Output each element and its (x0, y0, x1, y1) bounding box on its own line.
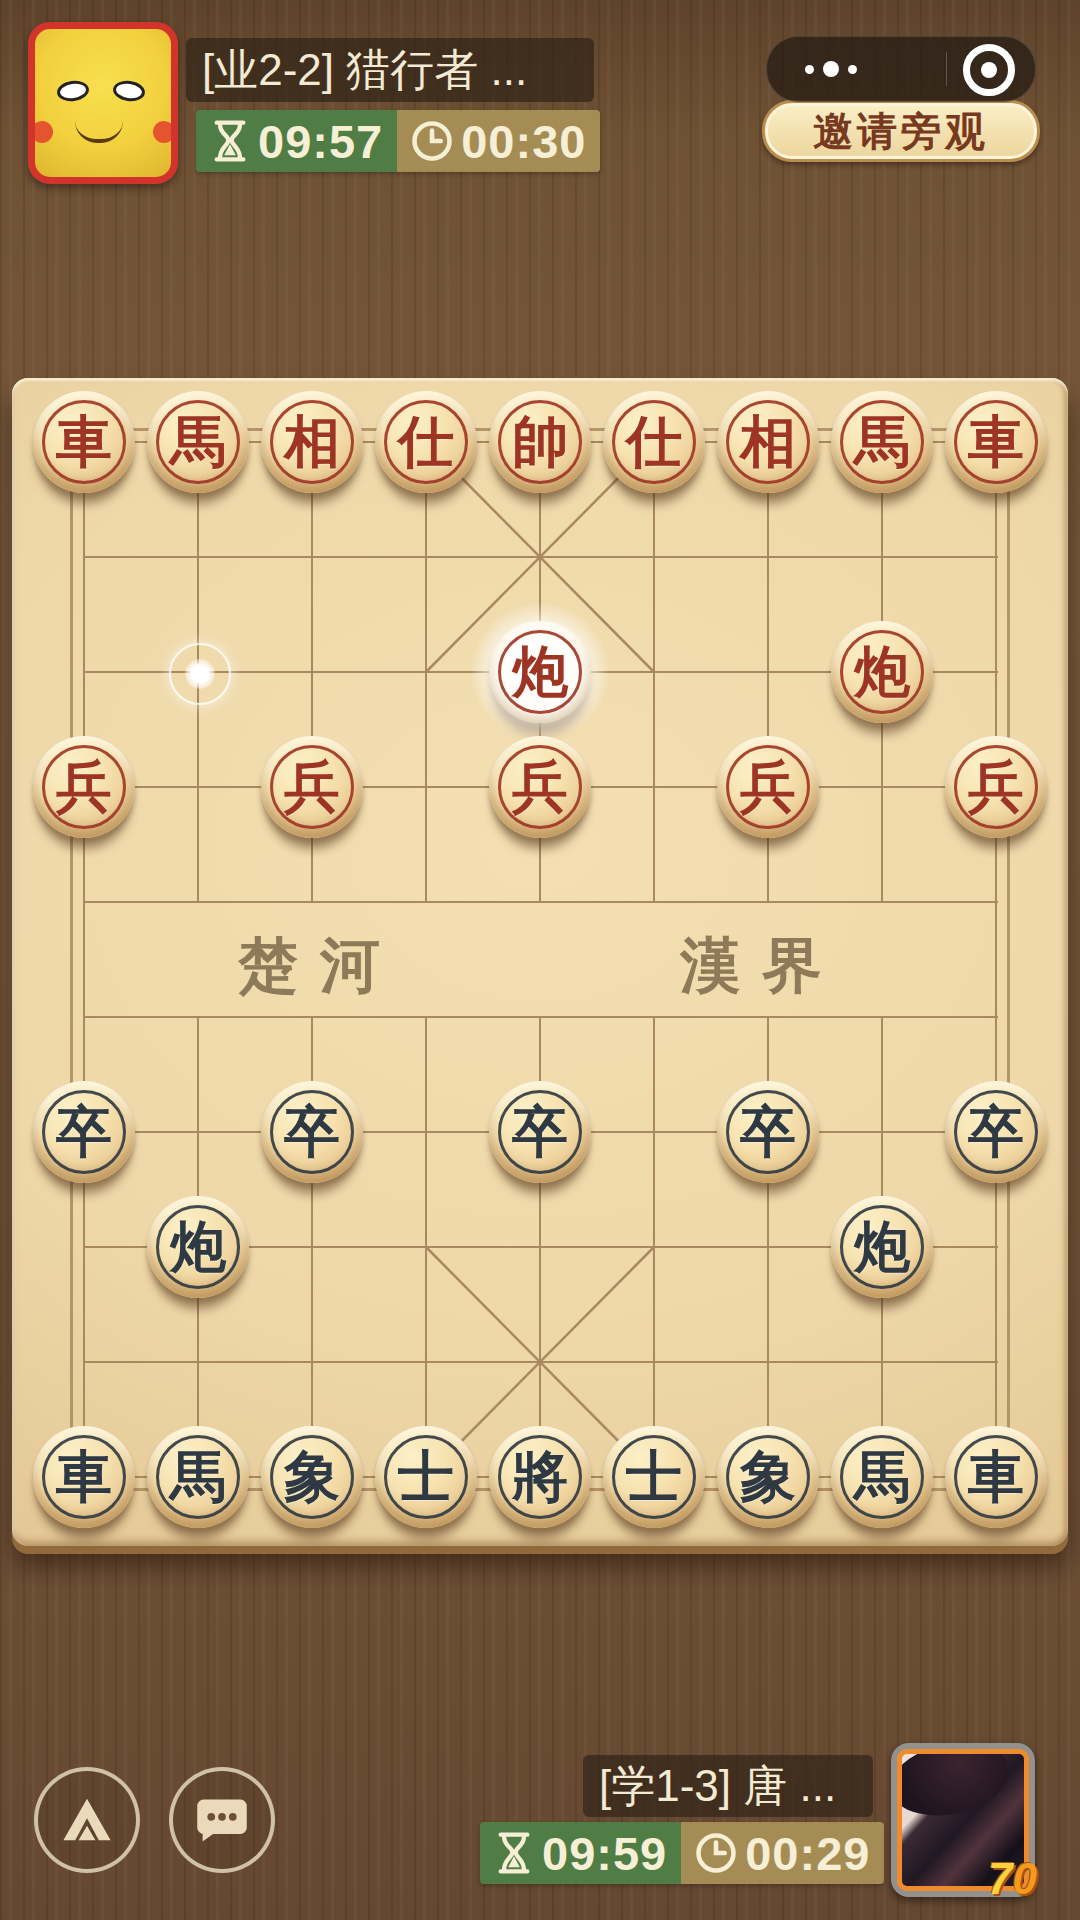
piece-character: 仕 (626, 414, 682, 470)
piece-red-相[interactable]: 相 (261, 391, 363, 493)
piece-character: 炮 (854, 644, 910, 700)
piece-black-象[interactable]: 象 (717, 1426, 819, 1528)
piece-character: 兵 (284, 759, 340, 815)
avatar-eye (112, 79, 146, 103)
piece-character: 兵 (968, 759, 1024, 815)
xiangqi-board[interactable]: 楚河 漢界 車馬相仕帥仕相馬車炮炮兵兵兵兵兵卒卒卒卒卒炮炮車馬象士將士象馬車 (12, 378, 1068, 1546)
top-main-timer-value: 09:57 (258, 114, 383, 169)
piece-black-卒[interactable]: 卒 (489, 1081, 591, 1183)
piece-character: 象 (740, 1449, 796, 1505)
piece-character: 炮 (854, 1219, 910, 1275)
piece-black-馬[interactable]: 馬 (147, 1426, 249, 1528)
piece-character: 兵 (56, 759, 112, 815)
piece-red-仕[interactable]: 仕 (603, 391, 705, 493)
piece-character: 仕 (398, 414, 454, 470)
piece-character: 士 (398, 1449, 454, 1505)
piece-black-炮[interactable]: 炮 (147, 1196, 249, 1298)
piece-character: 士 (626, 1449, 682, 1505)
piece-character: 卒 (56, 1104, 112, 1160)
river-label-han-jie: 漢界 (680, 926, 844, 1007)
bottom-main-timer: 09:59 (480, 1822, 681, 1884)
piece-red-馬[interactable]: 馬 (147, 391, 249, 493)
piece-character: 帥 (512, 414, 568, 470)
piece-character: 相 (740, 414, 796, 470)
miniprogram-capsule (766, 36, 1036, 102)
piece-black-炮[interactable]: 炮 (831, 1196, 933, 1298)
piece-character: 相 (284, 414, 340, 470)
bottom-move-timer-value: 00:29 (745, 1826, 870, 1881)
clock-icon (695, 1832, 737, 1874)
piece-black-卒[interactable]: 卒 (945, 1081, 1047, 1183)
game-screen: [业2-2] 猎行者 ... 09:57 00:30 邀请旁观 (0, 0, 1080, 1920)
piece-red-兵[interactable]: 兵 (945, 736, 1047, 838)
piece-red-車[interactable]: 車 (945, 391, 1047, 493)
bottom-player-avatar[interactable]: 70 (891, 1743, 1035, 1897)
piece-character: 馬 (854, 414, 910, 470)
top-player-name: [业2-2] 猎行者 ... (186, 38, 594, 102)
piece-black-車[interactable]: 車 (945, 1426, 1047, 1528)
piece-red-炮[interactable]: 炮 (831, 621, 933, 723)
piece-red-仕[interactable]: 仕 (375, 391, 477, 493)
piece-red-兵[interactable]: 兵 (33, 736, 135, 838)
top-main-timer: 09:57 (196, 110, 397, 172)
piece-character: 卒 (968, 1104, 1024, 1160)
top-move-timer-value: 00:30 (461, 114, 586, 169)
close-target-icon[interactable] (963, 44, 1015, 96)
piece-character: 卒 (512, 1104, 568, 1160)
avatar-eye (56, 79, 90, 103)
piece-black-象[interactable]: 象 (261, 1426, 363, 1528)
top-move-timer: 00:30 (397, 110, 600, 172)
piece-red-兵[interactable]: 兵 (717, 736, 819, 838)
piece-black-士[interactable]: 士 (375, 1426, 477, 1528)
top-player-timers: 09:57 00:30 (196, 110, 600, 172)
piece-black-士[interactable]: 士 (603, 1426, 705, 1528)
piece-black-將[interactable]: 將 (489, 1426, 591, 1528)
piece-red-兵[interactable]: 兵 (489, 736, 591, 838)
piece-red-兵[interactable]: 兵 (261, 736, 363, 838)
piece-red-帥[interactable]: 帥 (489, 391, 591, 493)
piece-character: 卒 (740, 1104, 796, 1160)
arrow-up-logo-icon (60, 1795, 114, 1845)
menu-button[interactable] (34, 1767, 140, 1873)
avatar-cheek (153, 121, 175, 143)
piece-character: 將 (512, 1449, 568, 1505)
top-player-avatar[interactable] (28, 22, 178, 184)
avatar-cheek (31, 121, 53, 143)
piece-character: 兵 (512, 759, 568, 815)
avatar-mouth (75, 121, 123, 143)
piece-character: 車 (56, 414, 112, 470)
more-options-icon[interactable] (805, 61, 857, 77)
piece-black-卒[interactable]: 卒 (717, 1081, 819, 1183)
piece-character: 炮 (512, 644, 568, 700)
chat-bubble-icon (194, 1795, 250, 1845)
piece-character: 車 (968, 414, 1024, 470)
bottom-player-timers: 09:59 00:29 (480, 1822, 884, 1884)
piece-red-相[interactable]: 相 (717, 391, 819, 493)
level-badge: 70 (988, 1857, 1037, 1901)
clock-icon (411, 120, 453, 162)
invite-spectators-button[interactable]: 邀请旁观 (762, 100, 1040, 162)
hourglass-icon (494, 1831, 534, 1875)
piece-black-卒[interactable]: 卒 (33, 1081, 135, 1183)
piece-black-車[interactable]: 車 (33, 1426, 135, 1528)
piece-character: 兵 (740, 759, 796, 815)
piece-character: 車 (968, 1449, 1024, 1505)
piece-character: 車 (56, 1449, 112, 1505)
piece-red-馬[interactable]: 馬 (831, 391, 933, 493)
piece-character: 炮 (170, 1219, 226, 1275)
piece-red-炮[interactable]: 炮 (489, 621, 591, 723)
piece-character: 馬 (170, 1449, 226, 1505)
piece-black-卒[interactable]: 卒 (261, 1081, 363, 1183)
piece-character: 馬 (854, 1449, 910, 1505)
piece-character: 卒 (284, 1104, 340, 1160)
bottom-player-name: [学1-3] 唐 ... (583, 1755, 873, 1817)
bottom-main-timer-value: 09:59 (542, 1826, 667, 1881)
river-label-chu-he: 楚河 (238, 926, 402, 1007)
piece-black-馬[interactable]: 馬 (831, 1426, 933, 1528)
capsule-divider (946, 52, 947, 86)
piece-red-車[interactable]: 車 (33, 391, 135, 493)
bottom-move-timer: 00:29 (681, 1822, 884, 1884)
piece-character: 馬 (170, 414, 226, 470)
piece-character: 象 (284, 1449, 340, 1505)
hourglass-icon (210, 119, 250, 163)
avatar-hair (897, 1749, 1016, 1826)
chat-button[interactable] (169, 1767, 275, 1873)
palace-diagonals (84, 442, 996, 1477)
